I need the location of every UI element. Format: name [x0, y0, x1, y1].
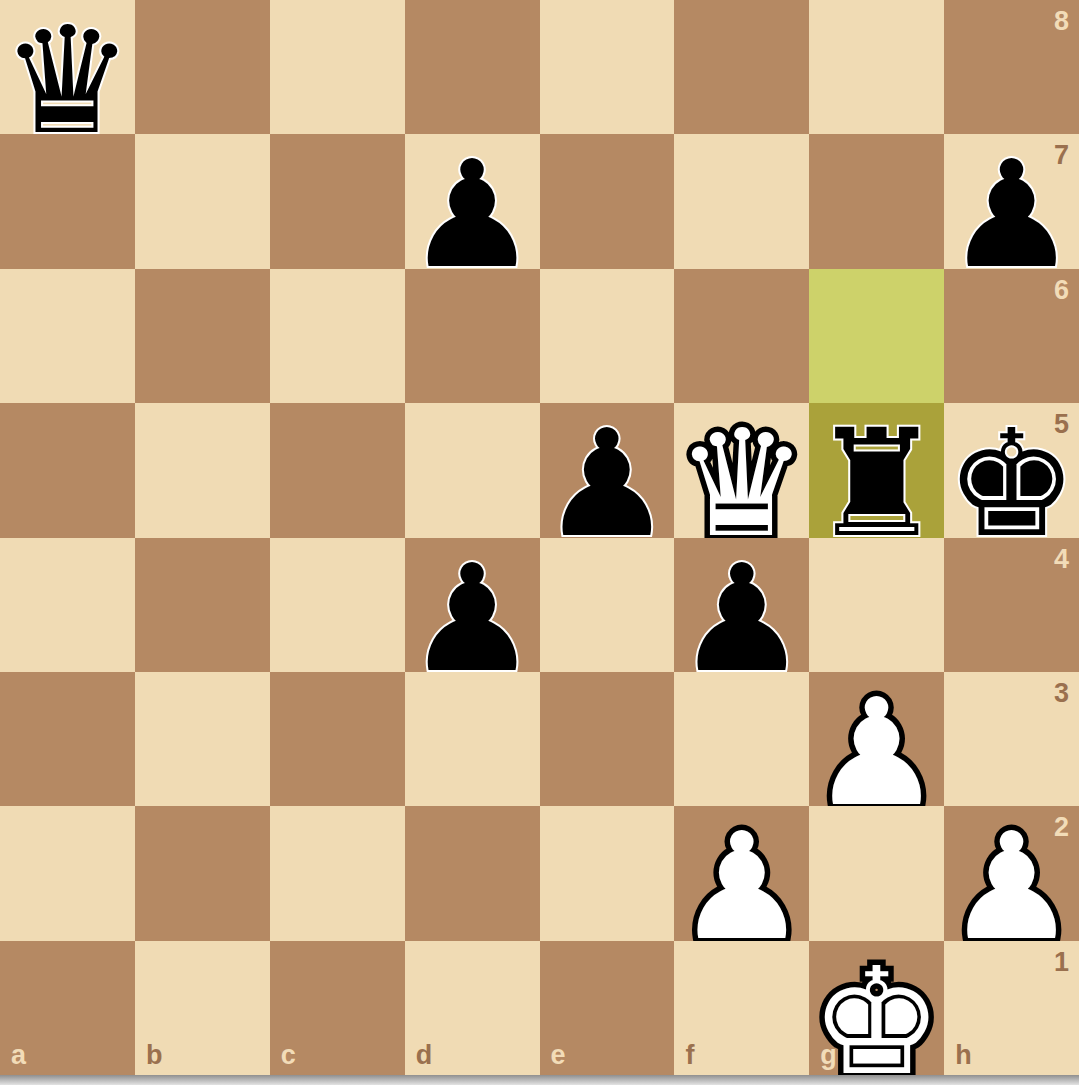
white-pawn-icon: ♟	[809, 686, 944, 820]
white-pawn-icon: ♟	[674, 820, 809, 954]
black-rook-icon: ♜	[809, 417, 944, 551]
rank-label-3: 3	[1054, 680, 1069, 707]
square-f3[interactable]	[674, 672, 809, 806]
white-queen-icon: ♛	[674, 417, 809, 551]
square-h8[interactable]: 8	[944, 0, 1079, 134]
page-background-strip	[0, 1075, 1079, 1085]
white-queen-icon: ♛	[674, 417, 809, 551]
square-e2[interactable]	[540, 806, 675, 940]
black-queen-icon: ♛	[0, 14, 135, 148]
square-b1[interactable]: b	[135, 941, 270, 1075]
square-c5[interactable]	[270, 403, 405, 537]
square-a2[interactable]	[0, 806, 135, 940]
square-e8[interactable]	[540, 0, 675, 134]
square-f4[interactable]: ♟♟	[674, 538, 809, 672]
rank-label-1: 1	[1054, 949, 1069, 976]
square-b2[interactable]	[135, 806, 270, 940]
white-king-icon: ♚	[809, 955, 944, 1085]
file-label-b: b	[146, 1042, 163, 1069]
black-pawn-icon: ♟	[674, 552, 809, 686]
square-h2[interactable]: 2♟♟	[944, 806, 1079, 940]
square-c3[interactable]	[270, 672, 405, 806]
square-a4[interactable]	[0, 538, 135, 672]
square-d7[interactable]: ♟♟	[405, 134, 540, 268]
square-f6[interactable]	[674, 269, 809, 403]
black-pawn-icon: ♟	[540, 417, 675, 551]
piece-black-pawn[interactable]: ♟♟	[944, 134, 1079, 268]
black-pawn-icon: ♟	[405, 148, 540, 282]
square-e3[interactable]	[540, 672, 675, 806]
square-h4[interactable]: 4	[944, 538, 1079, 672]
square-f1[interactable]: f	[674, 941, 809, 1075]
white-king-icon: ♚	[809, 955, 944, 1085]
square-f5[interactable]: ♛♛	[674, 403, 809, 537]
square-h7[interactable]: 7♟♟	[944, 134, 1079, 268]
square-b5[interactable]	[135, 403, 270, 537]
white-pawn-icon: ♟	[674, 820, 809, 954]
square-c1[interactable]: c	[270, 941, 405, 1075]
square-b3[interactable]	[135, 672, 270, 806]
piece-white-pawn[interactable]: ♟♟	[674, 806, 809, 940]
file-label-a: a	[11, 1042, 26, 1069]
piece-white-king[interactable]: ♚♚	[809, 941, 944, 1075]
square-h1[interactable]: 1h	[944, 941, 1079, 1075]
square-c8[interactable]	[270, 0, 405, 134]
square-c6[interactable]	[270, 269, 405, 403]
square-c2[interactable]	[270, 806, 405, 940]
black-pawn-icon: ♟	[674, 552, 809, 686]
square-c7[interactable]	[270, 134, 405, 268]
square-g8[interactable]	[809, 0, 944, 134]
black-pawn-icon: ♟	[944, 148, 1079, 282]
square-e7[interactable]	[540, 134, 675, 268]
rank-label-4: 4	[1054, 546, 1069, 573]
piece-white-queen[interactable]: ♛♛	[674, 403, 809, 537]
file-label-e: e	[551, 1042, 566, 1069]
square-d3[interactable]	[405, 672, 540, 806]
square-g5[interactable]: ♜♜	[809, 403, 944, 537]
square-e1[interactable]: e	[540, 941, 675, 1075]
black-pawn-icon: ♟	[405, 552, 540, 686]
square-f7[interactable]	[674, 134, 809, 268]
square-g1[interactable]: g♚♚	[809, 941, 944, 1075]
file-label-f: f	[685, 1042, 694, 1069]
square-a6[interactable]	[0, 269, 135, 403]
square-a1[interactable]: a	[0, 941, 135, 1075]
black-queen-icon: ♛	[0, 14, 135, 148]
piece-black-rook[interactable]: ♜♜	[809, 403, 944, 537]
black-pawn-icon: ♟	[405, 148, 540, 282]
rank-label-8: 8	[1054, 8, 1069, 35]
chess-board: ♛♛8♟♟7♟♟6♟♟♛♛♜♜5♚♚♟♟♟♟4♟♟3♟♟2♟♟abcdefg♚♚…	[0, 0, 1079, 1075]
white-pawn-icon: ♟	[944, 820, 1079, 954]
square-h3[interactable]: 3	[944, 672, 1079, 806]
square-c4[interactable]	[270, 538, 405, 672]
piece-black-king[interactable]: ♚♚	[944, 403, 1079, 537]
black-rook-icon: ♜	[809, 417, 944, 551]
square-a8[interactable]: ♛♛	[0, 0, 135, 134]
square-d8[interactable]	[405, 0, 540, 134]
square-g3[interactable]: ♟♟	[809, 672, 944, 806]
piece-white-pawn[interactable]: ♟♟	[944, 806, 1079, 940]
black-pawn-icon: ♟	[540, 417, 675, 551]
file-label-c: c	[281, 1042, 296, 1069]
square-h5[interactable]: 5♚♚	[944, 403, 1079, 537]
piece-black-pawn[interactable]: ♟♟	[540, 403, 675, 537]
black-king-icon: ♚	[944, 417, 1079, 551]
square-b6[interactable]	[135, 269, 270, 403]
white-pawn-icon: ♟	[809, 686, 944, 820]
square-a5[interactable]	[0, 403, 135, 537]
square-d6[interactable]	[405, 269, 540, 403]
piece-black-queen[interactable]: ♛♛	[0, 0, 135, 134]
square-g7[interactable]	[809, 134, 944, 268]
rank-label-6: 6	[1054, 277, 1069, 304]
square-e4[interactable]	[540, 538, 675, 672]
square-d4[interactable]: ♟♟	[405, 538, 540, 672]
piece-black-pawn[interactable]: ♟♟	[405, 538, 540, 672]
piece-black-pawn[interactable]: ♟♟	[674, 538, 809, 672]
square-f8[interactable]	[674, 0, 809, 134]
square-g2[interactable]	[809, 806, 944, 940]
file-label-h: h	[955, 1042, 972, 1069]
square-d5[interactable]	[405, 403, 540, 537]
piece-black-pawn[interactable]: ♟♟	[405, 134, 540, 268]
piece-white-pawn[interactable]: ♟♟	[809, 672, 944, 806]
square-a3[interactable]	[0, 672, 135, 806]
square-f2[interactable]: ♟♟	[674, 806, 809, 940]
square-d2[interactable]	[405, 806, 540, 940]
square-b8[interactable]	[135, 0, 270, 134]
square-e6[interactable]	[540, 269, 675, 403]
file-label-d: d	[416, 1042, 433, 1069]
square-b7[interactable]	[135, 134, 270, 268]
square-e5[interactable]: ♟♟	[540, 403, 675, 537]
square-a7[interactable]	[0, 134, 135, 268]
white-pawn-icon: ♟	[944, 820, 1079, 954]
square-d1[interactable]: d	[405, 941, 540, 1075]
black-pawn-icon: ♟	[405, 552, 540, 686]
square-h6[interactable]: 6	[944, 269, 1079, 403]
square-g6[interactable]	[809, 269, 944, 403]
black-king-icon: ♚	[944, 417, 1079, 551]
square-g4[interactable]	[809, 538, 944, 672]
square-b4[interactable]	[135, 538, 270, 672]
black-pawn-icon: ♟	[944, 148, 1079, 282]
